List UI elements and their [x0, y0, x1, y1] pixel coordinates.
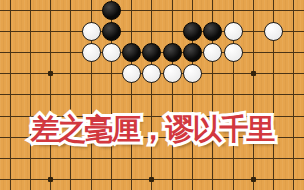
black-stone[interactable]	[163, 43, 182, 62]
board-cell[interactable]	[223, 63, 243, 84]
board-cell[interactable]	[243, 148, 263, 169]
board-cell[interactable]	[0, 0, 20, 21]
board-cell[interactable]	[263, 42, 283, 63]
star-point	[149, 177, 154, 182]
board-cell[interactable]	[243, 84, 263, 105]
white-stone[interactable]	[224, 22, 243, 41]
star-point	[48, 177, 53, 182]
board-cell[interactable]	[284, 148, 304, 169]
board-cell[interactable]	[61, 0, 81, 21]
board-cell[interactable]	[20, 169, 40, 190]
board-cell[interactable]	[284, 63, 304, 84]
board-cell[interactable]	[101, 169, 121, 190]
board-cell[interactable]	[122, 0, 142, 21]
board-cell[interactable]	[61, 84, 81, 105]
board-cell[interactable]	[263, 0, 283, 21]
board-cell[interactable]	[0, 21, 20, 42]
star-point	[251, 71, 256, 76]
board-cell[interactable]	[203, 0, 223, 21]
board-cell[interactable]	[223, 169, 243, 190]
board-cell[interactable]	[81, 84, 101, 105]
board-cell[interactable]	[0, 63, 20, 84]
board-cell[interactable]	[122, 169, 142, 190]
board-cell[interactable]	[162, 0, 182, 21]
board-cell[interactable]	[20, 63, 40, 84]
board-cell[interactable]	[41, 21, 61, 42]
board-cell[interactable]	[263, 63, 283, 84]
board-cell[interactable]	[142, 21, 162, 42]
board-cell[interactable]	[20, 42, 40, 63]
board-cell[interactable]	[263, 169, 283, 190]
board-cell[interactable]	[162, 148, 182, 169]
white-stone[interactable]	[82, 22, 101, 41]
board-cell[interactable]	[203, 84, 223, 105]
board-cell[interactable]	[162, 169, 182, 190]
board-cell[interactable]	[20, 21, 40, 42]
board-cell[interactable]	[20, 84, 40, 105]
board-cell[interactable]	[142, 148, 162, 169]
board-cell[interactable]	[61, 42, 81, 63]
board-cell[interactable]	[284, 84, 304, 105]
board-cell[interactable]	[263, 148, 283, 169]
board-cell[interactable]	[284, 169, 304, 190]
board-cell[interactable]	[223, 84, 243, 105]
board-cell[interactable]	[101, 84, 121, 105]
board-cell[interactable]	[41, 42, 61, 63]
star-point	[251, 177, 256, 182]
board-cell[interactable]	[182, 148, 202, 169]
board-cell[interactable]	[142, 0, 162, 21]
board-cell[interactable]	[284, 0, 304, 21]
board-cell[interactable]	[122, 21, 142, 42]
black-stone[interactable]	[102, 22, 121, 41]
board-cell[interactable]	[101, 63, 121, 84]
board-cell[interactable]	[203, 169, 223, 190]
board-cell[interactable]	[0, 148, 20, 169]
board-cell[interactable]	[61, 148, 81, 169]
board-cell[interactable]	[162, 84, 182, 105]
board-cell[interactable]	[81, 0, 101, 21]
board-cell[interactable]	[243, 0, 263, 21]
board-cell[interactable]	[223, 148, 243, 169]
caption-text: 差之毫厘，谬以千里	[0, 111, 304, 147]
board-cell[interactable]	[0, 42, 20, 63]
black-stone[interactable]	[102, 1, 121, 20]
board-grid	[0, 0, 304, 190]
board-cell[interactable]	[41, 84, 61, 105]
board-cell[interactable]	[182, 0, 202, 21]
star-point	[48, 71, 53, 76]
board-cell[interactable]	[284, 21, 304, 42]
board-cell[interactable]	[81, 169, 101, 190]
board-cell[interactable]	[122, 84, 142, 105]
board-cell[interactable]	[61, 21, 81, 42]
board-cell[interactable]	[61, 169, 81, 190]
white-stone[interactable]	[82, 43, 101, 62]
board-cell[interactable]	[122, 148, 142, 169]
board-cell[interactable]	[41, 0, 61, 21]
board-cell[interactable]	[81, 63, 101, 84]
board-cell[interactable]	[81, 148, 101, 169]
go-board: 差之毫厘，谬以千里	[0, 0, 304, 190]
board-cell[interactable]	[203, 148, 223, 169]
board-cell[interactable]	[243, 42, 263, 63]
board-cell[interactable]	[243, 21, 263, 42]
board-cell[interactable]	[162, 21, 182, 42]
board-cell[interactable]	[284, 42, 304, 63]
board-cell[interactable]	[20, 148, 40, 169]
board-cell[interactable]	[203, 63, 223, 84]
board-cell[interactable]	[61, 63, 81, 84]
board-cell[interactable]	[101, 148, 121, 169]
board-cell[interactable]	[20, 0, 40, 21]
white-stone[interactable]	[163, 64, 182, 83]
board-cell[interactable]	[142, 84, 162, 105]
white-stone[interactable]	[224, 43, 243, 62]
board-cell[interactable]	[182, 84, 202, 105]
board-cell[interactable]	[0, 84, 20, 105]
board-cell[interactable]	[263, 84, 283, 105]
board-cell[interactable]	[223, 0, 243, 21]
board-cell[interactable]	[41, 148, 61, 169]
board-cell[interactable]	[182, 169, 202, 190]
board-cell[interactable]	[0, 169, 20, 190]
